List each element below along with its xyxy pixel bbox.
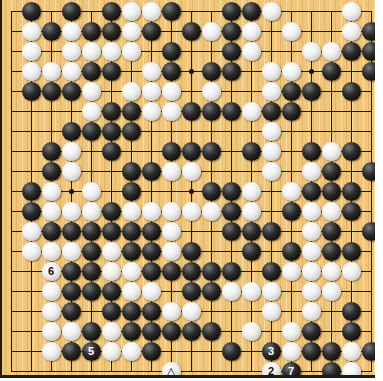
white-stone (182, 162, 201, 181)
black-stone (62, 222, 81, 241)
black-stone (62, 342, 81, 361)
black-stone (122, 242, 141, 261)
black-stone (102, 302, 121, 321)
black-stone (342, 302, 361, 321)
black-stone (162, 322, 181, 341)
star-point (309, 69, 314, 74)
black-stone (122, 322, 141, 341)
black-stone (202, 322, 221, 341)
black-stone (162, 42, 181, 61)
white-stone (162, 162, 181, 181)
white-stone (62, 202, 81, 221)
black-stone (102, 282, 121, 301)
black-stone (102, 202, 121, 221)
white-stone (282, 262, 301, 281)
white-stone (62, 242, 81, 261)
black-stone (222, 202, 241, 221)
white-stone (302, 222, 321, 241)
black-stone (342, 322, 361, 341)
black-stone (62, 2, 81, 21)
white-stone (322, 262, 341, 281)
white-stone (282, 342, 301, 361)
black-stone (82, 22, 101, 41)
black-stone (162, 142, 181, 161)
black-stone (142, 222, 161, 241)
move-number-stone-3: 3 (262, 342, 281, 361)
white-stone (122, 202, 141, 221)
black-stone (242, 242, 261, 261)
board-intersections[interactable]: 653△27 (1, 1, 381, 381)
black-stone (42, 142, 61, 161)
white-stone (42, 282, 61, 301)
move-number-stone-6: 6 (42, 262, 61, 281)
white-stone (122, 342, 141, 361)
black-stone (142, 262, 161, 281)
black-stone (262, 102, 281, 121)
white-stone (142, 82, 161, 101)
white-stone (62, 322, 81, 341)
black-stone (282, 242, 301, 261)
white-stone (302, 262, 321, 281)
white-stone (262, 62, 281, 81)
black-stone (82, 282, 101, 301)
white-stone (342, 342, 361, 361)
white-stone (22, 62, 41, 81)
black-stone (82, 222, 101, 241)
board-left-edge (0, 0, 2, 377)
black-stone (62, 82, 81, 101)
white-stone (302, 202, 321, 221)
white-stone (162, 242, 181, 261)
black-stone (102, 22, 121, 41)
black-stone (102, 2, 121, 21)
black-stone (162, 262, 181, 281)
black-stone (62, 302, 81, 321)
white-stone (62, 162, 81, 181)
white-stone (282, 182, 301, 201)
black-stone (102, 122, 121, 141)
black-stone (202, 142, 221, 161)
black-stone (142, 342, 161, 361)
black-stone (82, 322, 101, 341)
right-margin (375, 0, 383, 381)
white-stone (262, 82, 281, 101)
black-stone (342, 202, 361, 221)
white-stone (322, 142, 341, 161)
white-stone (242, 22, 261, 41)
white-stone (242, 322, 261, 341)
star-point (189, 69, 194, 74)
black-stone (142, 22, 161, 41)
black-stone (182, 142, 201, 161)
black-stone (242, 142, 261, 161)
white-stone (122, 282, 141, 301)
black-stone (222, 62, 241, 81)
white-stone (102, 342, 121, 361)
white-stone (22, 222, 41, 241)
black-stone (82, 242, 101, 261)
white-stone (262, 302, 281, 321)
black-stone (282, 102, 301, 121)
black-stone (82, 122, 101, 141)
black-stone (222, 22, 241, 41)
white-stone (102, 262, 121, 281)
black-stone (322, 242, 341, 261)
black-stone (322, 162, 341, 181)
black-stone (262, 262, 281, 281)
white-stone (62, 142, 81, 161)
white-stone (142, 102, 161, 121)
star-point (189, 189, 194, 194)
white-stone (262, 162, 281, 181)
black-stone (222, 102, 241, 121)
black-stone (122, 162, 141, 181)
black-stone (182, 102, 201, 121)
black-stone (222, 262, 241, 281)
black-stone (142, 302, 161, 321)
white-stone (82, 82, 101, 101)
white-stone (322, 202, 341, 221)
black-stone (162, 2, 181, 21)
black-stone (62, 262, 81, 281)
black-stone (222, 222, 241, 241)
white-stone (282, 322, 301, 341)
white-stone (242, 282, 261, 301)
white-stone (162, 82, 181, 101)
black-stone (182, 22, 201, 41)
move-number-label: 5 (88, 346, 94, 357)
white-stone (162, 302, 181, 321)
white-stone (262, 2, 281, 21)
black-stone (342, 242, 361, 261)
black-stone (322, 182, 341, 201)
black-stone (322, 222, 341, 241)
go-board[interactable]: 653△27 (0, 0, 375, 377)
black-stone (182, 322, 201, 341)
black-stone (302, 142, 321, 161)
white-stone (22, 242, 41, 261)
white-stone (162, 222, 181, 241)
white-stone (22, 22, 41, 41)
black-stone (342, 42, 361, 61)
black-stone (22, 2, 41, 21)
black-stone (322, 62, 341, 81)
black-stone (122, 302, 141, 321)
black-stone (262, 222, 281, 241)
black-stone (182, 282, 201, 301)
white-stone (82, 42, 101, 61)
black-stone (42, 222, 61, 241)
white-stone (62, 62, 81, 81)
white-stone (162, 202, 181, 221)
white-stone (42, 62, 61, 81)
white-stone (122, 262, 141, 281)
black-stone (202, 62, 221, 81)
white-stone (342, 22, 361, 41)
white-stone (82, 202, 101, 221)
black-stone (62, 122, 81, 141)
white-stone (22, 42, 41, 61)
white-stone (322, 282, 341, 301)
white-stone (102, 322, 121, 341)
white-stone (142, 282, 161, 301)
black-stone (242, 222, 261, 241)
black-stone (42, 82, 61, 101)
black-stone (102, 222, 121, 241)
black-stone (122, 182, 141, 201)
black-stone (282, 82, 301, 101)
move-number-stone-5: 5 (82, 342, 101, 361)
white-stone (62, 42, 81, 61)
white-stone (302, 162, 321, 181)
black-stone (282, 202, 301, 221)
white-stone (282, 22, 301, 41)
white-stone (82, 182, 101, 201)
black-stone (342, 142, 361, 161)
white-stone (162, 102, 181, 121)
white-stone (42, 302, 61, 321)
white-stone (202, 202, 221, 221)
white-stone (262, 142, 281, 161)
white-stone (82, 102, 101, 121)
black-stone (302, 82, 321, 101)
black-stone (342, 82, 361, 101)
white-stone (242, 182, 261, 201)
black-stone (82, 62, 101, 81)
move-number-label: 6 (48, 266, 54, 277)
black-stone (162, 62, 181, 81)
white-stone (42, 322, 61, 341)
black-stone (122, 102, 141, 121)
white-stone (122, 82, 141, 101)
black-stone (222, 182, 241, 201)
white-stone (142, 202, 161, 221)
black-stone (182, 242, 201, 261)
white-stone (182, 202, 201, 221)
black-stone (142, 242, 161, 261)
white-stone (182, 302, 201, 321)
black-stone (122, 122, 141, 141)
black-stone (142, 322, 161, 341)
black-stone (302, 342, 321, 361)
white-stone (302, 42, 321, 61)
white-stone (102, 42, 121, 61)
black-stone (22, 182, 41, 201)
black-stone (322, 342, 341, 361)
white-stone (42, 182, 61, 201)
white-stone (242, 202, 261, 221)
white-stone (42, 202, 61, 221)
white-stone (102, 242, 121, 261)
star-point (69, 189, 74, 194)
white-stone (222, 282, 241, 301)
white-stone (202, 82, 221, 101)
go-app-screenshot: 653△27 (0, 0, 383, 381)
black-stone (122, 222, 141, 241)
black-stone (42, 162, 61, 181)
black-stone (202, 282, 221, 301)
black-stone (82, 262, 101, 281)
black-stone (142, 162, 161, 181)
black-stone (222, 42, 241, 61)
white-stone (122, 22, 141, 41)
white-stone (42, 342, 61, 361)
move-number-label: 3 (268, 346, 274, 357)
black-stone (242, 2, 261, 21)
white-stone (262, 122, 281, 141)
white-stone (62, 22, 81, 41)
black-stone (302, 182, 321, 201)
white-stone (242, 102, 261, 121)
black-stone (222, 342, 241, 361)
white-stone (42, 242, 61, 261)
black-stone (102, 62, 121, 81)
white-stone (202, 22, 221, 41)
white-stone (142, 62, 161, 81)
white-stone (122, 42, 141, 61)
black-stone (62, 282, 81, 301)
white-stone (282, 62, 301, 81)
white-stone (122, 2, 141, 21)
black-stone (102, 102, 121, 121)
black-stone (202, 182, 221, 201)
white-stone (342, 262, 361, 281)
black-stone (42, 22, 61, 41)
white-stone (302, 282, 321, 301)
black-stone (302, 322, 321, 341)
black-stone (342, 182, 361, 201)
black-stone (202, 102, 221, 121)
white-stone (302, 242, 321, 261)
white-stone (322, 42, 341, 61)
white-stone (262, 282, 281, 301)
black-stone (22, 202, 41, 221)
white-stone (142, 2, 161, 21)
white-stone (302, 302, 321, 321)
black-stone (182, 262, 201, 281)
black-stone (102, 142, 121, 161)
black-stone (22, 82, 41, 101)
white-stone (342, 2, 361, 21)
white-stone (242, 42, 261, 61)
black-stone (202, 262, 221, 281)
black-stone (222, 2, 241, 21)
